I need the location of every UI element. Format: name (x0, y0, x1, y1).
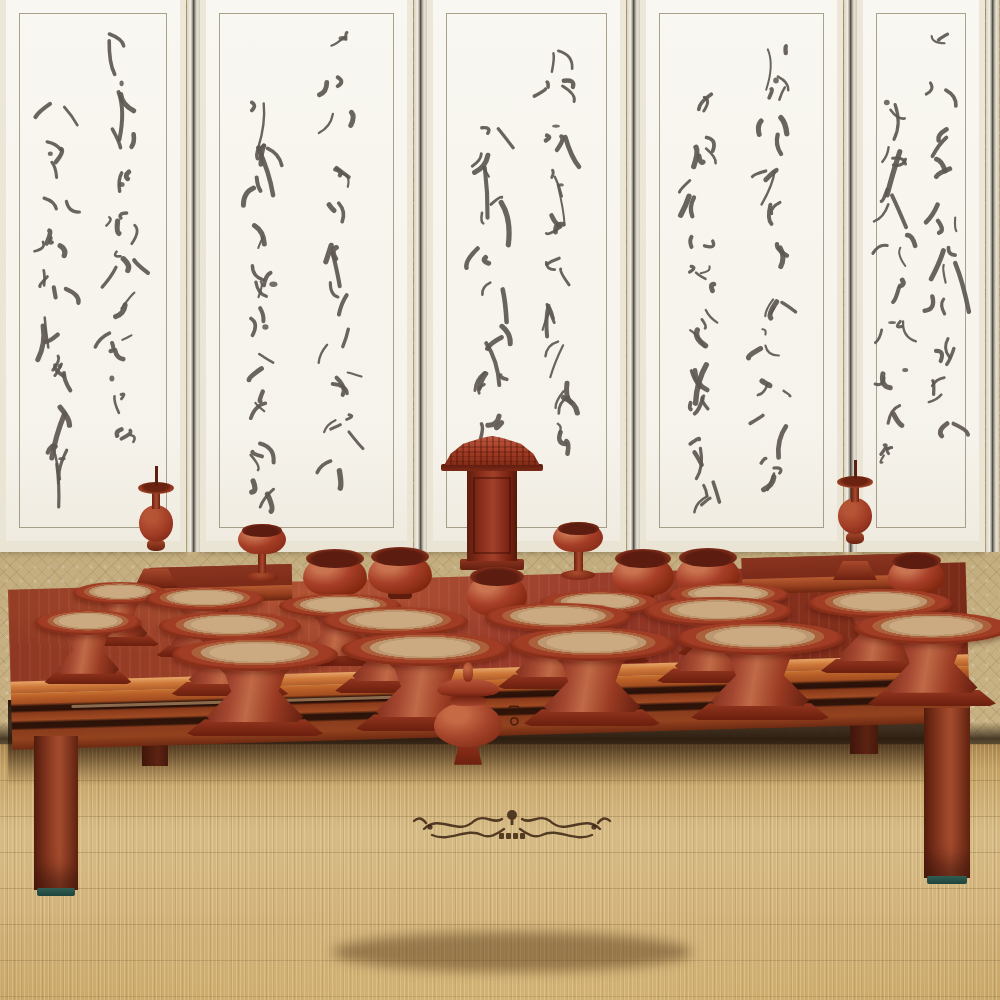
pedestal-dish (854, 612, 1000, 706)
candlestick-bulb (838, 498, 872, 534)
dish-top (35, 610, 141, 635)
cup-foot (246, 572, 279, 582)
stem-cup (553, 522, 603, 580)
table-leg (34, 736, 78, 890)
incense-burner (429, 662, 507, 780)
cup-stem (258, 552, 267, 573)
burner-lid-knob (463, 662, 474, 682)
bowl-mouth (306, 549, 364, 568)
bowl-mouth (615, 549, 671, 568)
ancestral-tablet-stand (444, 436, 540, 570)
incense-table-tray (350, 738, 672, 796)
bowl-mouth (371, 547, 429, 566)
ritual-cup (542, 676, 588, 718)
candlestick-foot (833, 561, 877, 580)
dish-top (509, 628, 675, 661)
incense-table-leg (372, 850, 420, 950)
candlestick (829, 460, 881, 580)
pedestal-dish (676, 622, 844, 720)
burner-body (434, 702, 503, 747)
cup-foot (561, 570, 595, 580)
candlestick-neck (851, 485, 859, 502)
dish-top (159, 612, 301, 641)
offering-bowl (368, 547, 432, 599)
pedestal-dish (172, 638, 338, 736)
stem-cup (238, 524, 286, 582)
dish-top (676, 622, 844, 655)
candle-spike (155, 466, 158, 486)
ritual-set (0, 0, 1000, 1000)
bowl-mouth (679, 548, 737, 567)
dish-top (854, 612, 1000, 644)
candle-spike (854, 460, 857, 479)
candlestick (130, 466, 182, 588)
burner-neck-ring (450, 696, 486, 705)
leg-felt-pad (927, 876, 967, 884)
cup-stem (574, 550, 583, 571)
dish-top (172, 638, 338, 671)
table-leg (924, 708, 970, 878)
pedestal-dish (35, 610, 141, 684)
tablet-roof (444, 436, 540, 465)
burner-base (436, 765, 500, 780)
dish-top (146, 587, 264, 611)
cup-mouth (558, 522, 599, 535)
candlestick-bulb (139, 505, 173, 542)
bowl-mouth (891, 552, 941, 569)
incense-table-leg (612, 846, 666, 954)
dish-top (322, 607, 468, 636)
tablet-column (467, 471, 517, 561)
cup-mouth (242, 524, 281, 537)
candlestick-neck (152, 492, 160, 509)
jesa-table-scene (0, 0, 1000, 1000)
leg-felt-pad (37, 888, 75, 896)
